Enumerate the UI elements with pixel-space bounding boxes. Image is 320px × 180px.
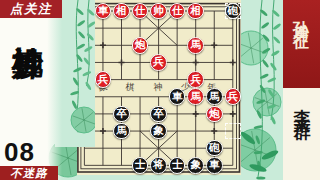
river-char: 棋 <box>125 83 136 93</box>
piece-red-炮: 炮 <box>132 37 149 54</box>
piece-glyph: 砲 <box>209 143 220 153</box>
piece-red-馬: 馬 <box>187 37 204 54</box>
river-char: 神 <box>153 83 164 93</box>
piece-red-兵: 兵 <box>95 71 112 88</box>
player-name-bottom: 李来群 <box>283 95 320 116</box>
piece-glyph: 士 <box>172 161 183 171</box>
piece-red-相: 相 <box>187 3 204 20</box>
piece-glyph: 相 <box>116 6 127 16</box>
title-panel: 点关注 神机妙算 08 不迷路 <box>0 0 62 180</box>
piece-glyph: 相 <box>190 6 201 16</box>
piece-glyph: 車 <box>98 6 109 16</box>
piece-red-兵: 兵 <box>225 88 242 105</box>
piece-black-士: 士 <box>132 157 149 174</box>
piece-glyph: 馬 <box>190 40 201 50</box>
player-banner-top: 孙勇征 <box>283 0 320 88</box>
piece-glyph: 炮 <box>135 40 146 50</box>
piece-glyph: 象 <box>153 126 164 136</box>
piece-glyph: 帅 <box>153 6 164 16</box>
xiangqi-board: 象棋神少年 車相仕帅仕相砲炮馬兵兵兵車馬馬兵卒卒炮馬象砲士将士象車 <box>77 0 241 175</box>
piece-black-車: 車 <box>206 157 223 174</box>
piece-glyph: 車 <box>172 92 183 102</box>
piece-black-卒: 卒 <box>150 106 167 123</box>
piece-glyph: 兵 <box>153 58 164 68</box>
piece-glyph: 馬 <box>190 92 201 102</box>
piece-glyph: 馬 <box>209 92 220 102</box>
piece-glyph: 兵 <box>190 75 201 85</box>
piece-red-兵: 兵 <box>150 54 167 71</box>
piece-black-馬: 馬 <box>206 88 223 105</box>
piece-red-馬: 馬 <box>187 88 204 105</box>
piece-red-炮: 炮 <box>206 106 223 123</box>
follow-badge: 点关注 <box>0 0 62 18</box>
piece-glyph: 兵 <box>228 92 239 102</box>
piece-glyph: 馬 <box>116 126 127 136</box>
last-move-from-marker <box>225 123 241 139</box>
piece-black-砲: 砲 <box>206 140 223 157</box>
piece-glyph: 象 <box>190 161 201 171</box>
piece-glyph: 仕 <box>172 6 183 16</box>
player-name-top: 孙勇征 <box>283 8 320 26</box>
episode-number: 08 <box>4 137 35 168</box>
player-panel-bottom: 李来群 <box>283 88 320 180</box>
series-title: 神机妙算 <box>7 21 47 149</box>
piece-glyph: 卒 <box>153 109 164 119</box>
piece-black-卒: 卒 <box>113 106 130 123</box>
piece-glyph: 士 <box>135 161 146 171</box>
piece-glyph: 将 <box>153 161 164 171</box>
piece-black-馬: 馬 <box>113 123 130 140</box>
piece-black-象: 象 <box>150 123 167 140</box>
piece-red-帅: 帅 <box>150 3 167 20</box>
piece-black-将: 将 <box>150 157 167 174</box>
piece-red-兵: 兵 <box>187 71 204 88</box>
piece-black-象: 象 <box>187 157 204 174</box>
piece-black-士: 士 <box>169 157 186 174</box>
piece-glyph: 兵 <box>98 75 109 85</box>
footer-badge: 不迷路 <box>0 166 58 180</box>
piece-red-相: 相 <box>113 3 130 20</box>
piece-glyph: 卒 <box>116 109 127 119</box>
piece-glyph: 車 <box>209 161 220 171</box>
piece-glyph: 仕 <box>135 6 146 16</box>
thumbnail-canvas: 象棋神少年 車相仕帅仕相砲炮馬兵兵兵車馬馬兵卒卒炮馬象砲士将士象車 点关注 神机… <box>0 0 320 180</box>
piece-glyph: 炮 <box>209 109 220 119</box>
last-move-to-marker <box>225 3 241 19</box>
